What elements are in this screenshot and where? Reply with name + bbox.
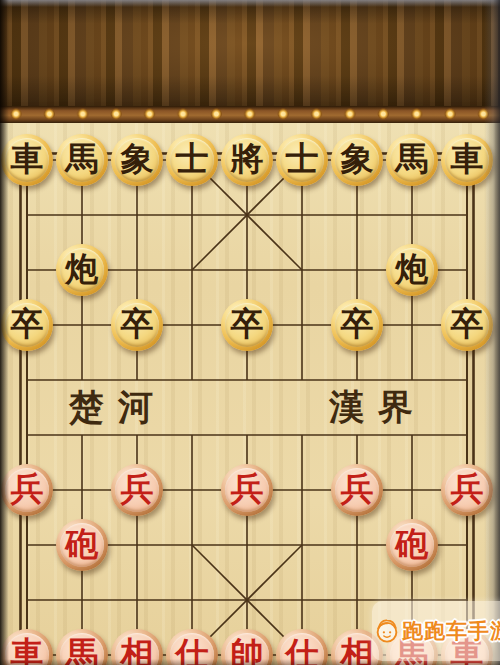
xiangqi-app-screen: 楚河 漢界 車馬象士將士象馬車炮炮卒卒卒卒卒兵兵兵兵兵砲砲車馬相仕帥仕相馬車 跑… [0, 0, 500, 665]
piece-glyph: 卒 [341, 308, 374, 341]
piece-glyph: 士 [176, 143, 209, 176]
piece-black-soldier[interactable]: 卒 [221, 299, 273, 351]
piece-glyph: 馬 [396, 143, 429, 176]
piece-glyph: 兵 [451, 473, 484, 506]
piece-glyph: 仕 [176, 638, 209, 665]
piece-glyph: 仕 [286, 638, 319, 665]
piece-glyph: 相 [341, 638, 374, 665]
piece-black-elephant[interactable]: 象 [111, 134, 163, 186]
piece-black-soldier[interactable]: 卒 [111, 299, 163, 351]
piece-glyph: 將 [231, 143, 264, 176]
watermark-face-icon [372, 605, 402, 657]
piece-red-soldier[interactable]: 兵 [331, 464, 383, 516]
piece-black-cannon[interactable]: 炮 [56, 244, 108, 296]
river-label-right: 漢界 [322, 386, 434, 430]
piece-glyph: 炮 [396, 253, 429, 286]
piece-glyph: 相 [121, 638, 154, 665]
river-label-left: 楚河 [62, 386, 174, 430]
piece-glyph: 兵 [341, 473, 374, 506]
piece-glyph: 卒 [451, 308, 484, 341]
piece-black-soldier[interactable]: 卒 [331, 299, 383, 351]
piece-glyph: 炮 [66, 253, 99, 286]
piece-glyph: 車 [11, 143, 44, 176]
piece-glyph: 兵 [121, 473, 154, 506]
piece-glyph: 卒 [231, 308, 264, 341]
piece-black-elephant[interactable]: 象 [331, 134, 383, 186]
piece-glyph: 帥 [231, 638, 264, 665]
piece-glyph: 砲 [66, 528, 99, 561]
piece-glyph: 卒 [121, 308, 154, 341]
piece-red-soldier[interactable]: 兵 [111, 464, 163, 516]
piece-red-cannon[interactable]: 砲 [56, 519, 108, 571]
piece-red-soldier[interactable]: 兵 [1, 464, 53, 516]
piece-red-soldier[interactable]: 兵 [221, 464, 273, 516]
piece-black-soldier[interactable]: 卒 [1, 299, 53, 351]
piece-black-soldier[interactable]: 卒 [441, 299, 493, 351]
piece-glyph: 卒 [11, 308, 44, 341]
piece-black-horse[interactable]: 馬 [56, 134, 108, 186]
piece-black-general[interactable]: 將 [221, 134, 273, 186]
piece-red-cannon[interactable]: 砲 [386, 519, 438, 571]
piece-glyph: 兵 [11, 473, 44, 506]
piece-glyph: 馬 [66, 143, 99, 176]
piece-black-advisor[interactable]: 士 [166, 134, 218, 186]
piece-glyph: 象 [341, 143, 374, 176]
piece-glyph: 車 [451, 143, 484, 176]
piece-black-chariot[interactable]: 車 [1, 134, 53, 186]
piece-black-cannon[interactable]: 炮 [386, 244, 438, 296]
piece-glyph: 馬 [66, 638, 99, 665]
piece-glyph: 士 [286, 143, 319, 176]
piece-red-soldier[interactable]: 兵 [441, 464, 493, 516]
watermark-badge: 跑跑车手游 [372, 601, 500, 661]
piece-glyph: 砲 [396, 528, 429, 561]
watermark-text: 跑跑车手游 [402, 617, 500, 645]
piece-glyph: 兵 [231, 473, 264, 506]
piece-glyph: 車 [11, 638, 44, 665]
piece-black-horse[interactable]: 馬 [386, 134, 438, 186]
piece-black-advisor[interactable]: 士 [276, 134, 328, 186]
piece-glyph: 象 [121, 143, 154, 176]
piece-black-chariot[interactable]: 車 [441, 134, 493, 186]
